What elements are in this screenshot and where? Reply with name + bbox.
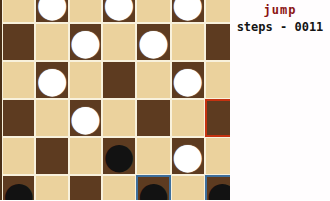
- black-piece[interactable]: ●: [103, 138, 134, 174]
- board-square: [2, 0, 35, 23]
- board-square[interactable]: ●: [171, 61, 204, 99]
- black-piece[interactable]: ●: [3, 177, 34, 201]
- white-piece[interactable]: ●: [172, 0, 203, 22]
- board-square[interactable]: [69, 175, 102, 201]
- board-square[interactable]: [102, 61, 135, 99]
- checkers-board: ●●●●●●●●●●●●●●●●●●●●●: [2, 0, 228, 200]
- checkers-board-frame: ●●●●●●●●●●●●●●●●●●●●●: [0, 0, 230, 200]
- white-piece[interactable]: ●: [36, 0, 67, 22]
- board-square[interactable]: ●: [35, 0, 68, 23]
- board-square[interactable]: [35, 137, 68, 175]
- board-square: [136, 137, 171, 175]
- board-square[interactable]: ●: [35, 61, 68, 99]
- board-square: [171, 175, 204, 201]
- board-square: [35, 23, 68, 61]
- board-square[interactable]: ●: [102, 0, 135, 23]
- jump-status-label: jump: [230, 3, 330, 17]
- white-piece[interactable]: ●: [70, 24, 101, 60]
- board-square: [136, 0, 171, 23]
- white-piece[interactable]: ●: [36, 62, 67, 98]
- black-piece[interactable]: ●: [138, 177, 169, 201]
- board-square: [69, 0, 102, 23]
- board-square[interactable]: ●: [171, 0, 204, 23]
- selected-square[interactable]: ●: [136, 175, 171, 201]
- white-piece[interactable]: ●: [138, 24, 169, 60]
- white-piece[interactable]: ●: [172, 62, 203, 98]
- board-square: [69, 61, 102, 99]
- steps-counter-label: steps - 0011: [230, 20, 330, 34]
- board-square[interactable]: [2, 99, 35, 137]
- board-square: [171, 99, 204, 137]
- board-square[interactable]: ●: [102, 137, 135, 175]
- checkers-app: ●●●●●●●●●●●●●●●●●●●●● jump steps - 0011: [0, 0, 330, 200]
- board-square: [171, 23, 204, 61]
- board-square[interactable]: ●: [2, 175, 35, 201]
- board-square: [102, 23, 135, 61]
- board-square[interactable]: ●: [171, 137, 204, 175]
- board-square: [35, 175, 68, 201]
- board-square: [35, 99, 68, 137]
- board-square: [2, 61, 35, 99]
- board-square[interactable]: [136, 99, 171, 137]
- board-square: [2, 137, 35, 175]
- white-piece[interactable]: ●: [172, 138, 203, 174]
- board-square: [136, 61, 171, 99]
- white-piece[interactable]: ●: [103, 0, 134, 22]
- board-square[interactable]: ●: [69, 23, 102, 61]
- board-square[interactable]: ●: [136, 23, 171, 61]
- white-piece[interactable]: ●: [70, 100, 101, 136]
- board-square[interactable]: [2, 23, 35, 61]
- board-square: [69, 137, 102, 175]
- board-square[interactable]: ●: [69, 99, 102, 137]
- board-square: [102, 99, 135, 137]
- board-square: [102, 175, 135, 201]
- status-panel: jump steps - 0011: [230, 0, 330, 200]
